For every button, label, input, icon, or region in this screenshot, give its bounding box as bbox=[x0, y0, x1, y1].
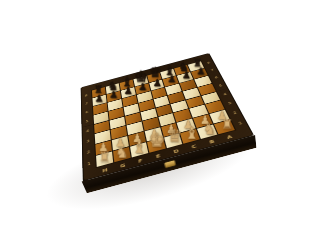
rank-label: 1 bbox=[82, 156, 95, 172]
piece-black-pawn: ♟ bbox=[124, 86, 133, 96]
piece-black-pawn: ♟ bbox=[95, 94, 104, 104]
brass-clasp-icon bbox=[164, 160, 175, 168]
piece-white-knight: ♞ bbox=[116, 145, 129, 160]
piece-black-pawn: ♟ bbox=[167, 74, 176, 84]
piece-white-king: ♚ bbox=[148, 131, 165, 150]
chess-board: 87654321 87654321 HGFEDCBA ♜♞♝♚♛♝♞♜♟♟♟♟♟… bbox=[81, 53, 254, 181]
piece-white-queen: ♛ bbox=[166, 128, 182, 146]
piece-black-pawn: ♟ bbox=[139, 82, 148, 92]
piece-white-bishop: ♝ bbox=[185, 125, 199, 141]
piece-black-pawn: ♟ bbox=[182, 71, 191, 81]
piece-white-rook: ♜ bbox=[221, 118, 233, 131]
piece-white-rook: ♜ bbox=[99, 151, 111, 164]
piece-white-knight: ♞ bbox=[202, 121, 215, 136]
product-photo: 87654321 87654321 HGFEDCBA ♜♞♝♚♛♝♞♜♟♟♟♟♟… bbox=[0, 0, 320, 240]
piece-white-bishop: ♝ bbox=[132, 139, 146, 155]
piece-black-pawn: ♟ bbox=[110, 90, 119, 100]
piece-black-pawn: ♟ bbox=[196, 67, 205, 77]
piece-black-pawn: ♟ bbox=[153, 78, 162, 88]
